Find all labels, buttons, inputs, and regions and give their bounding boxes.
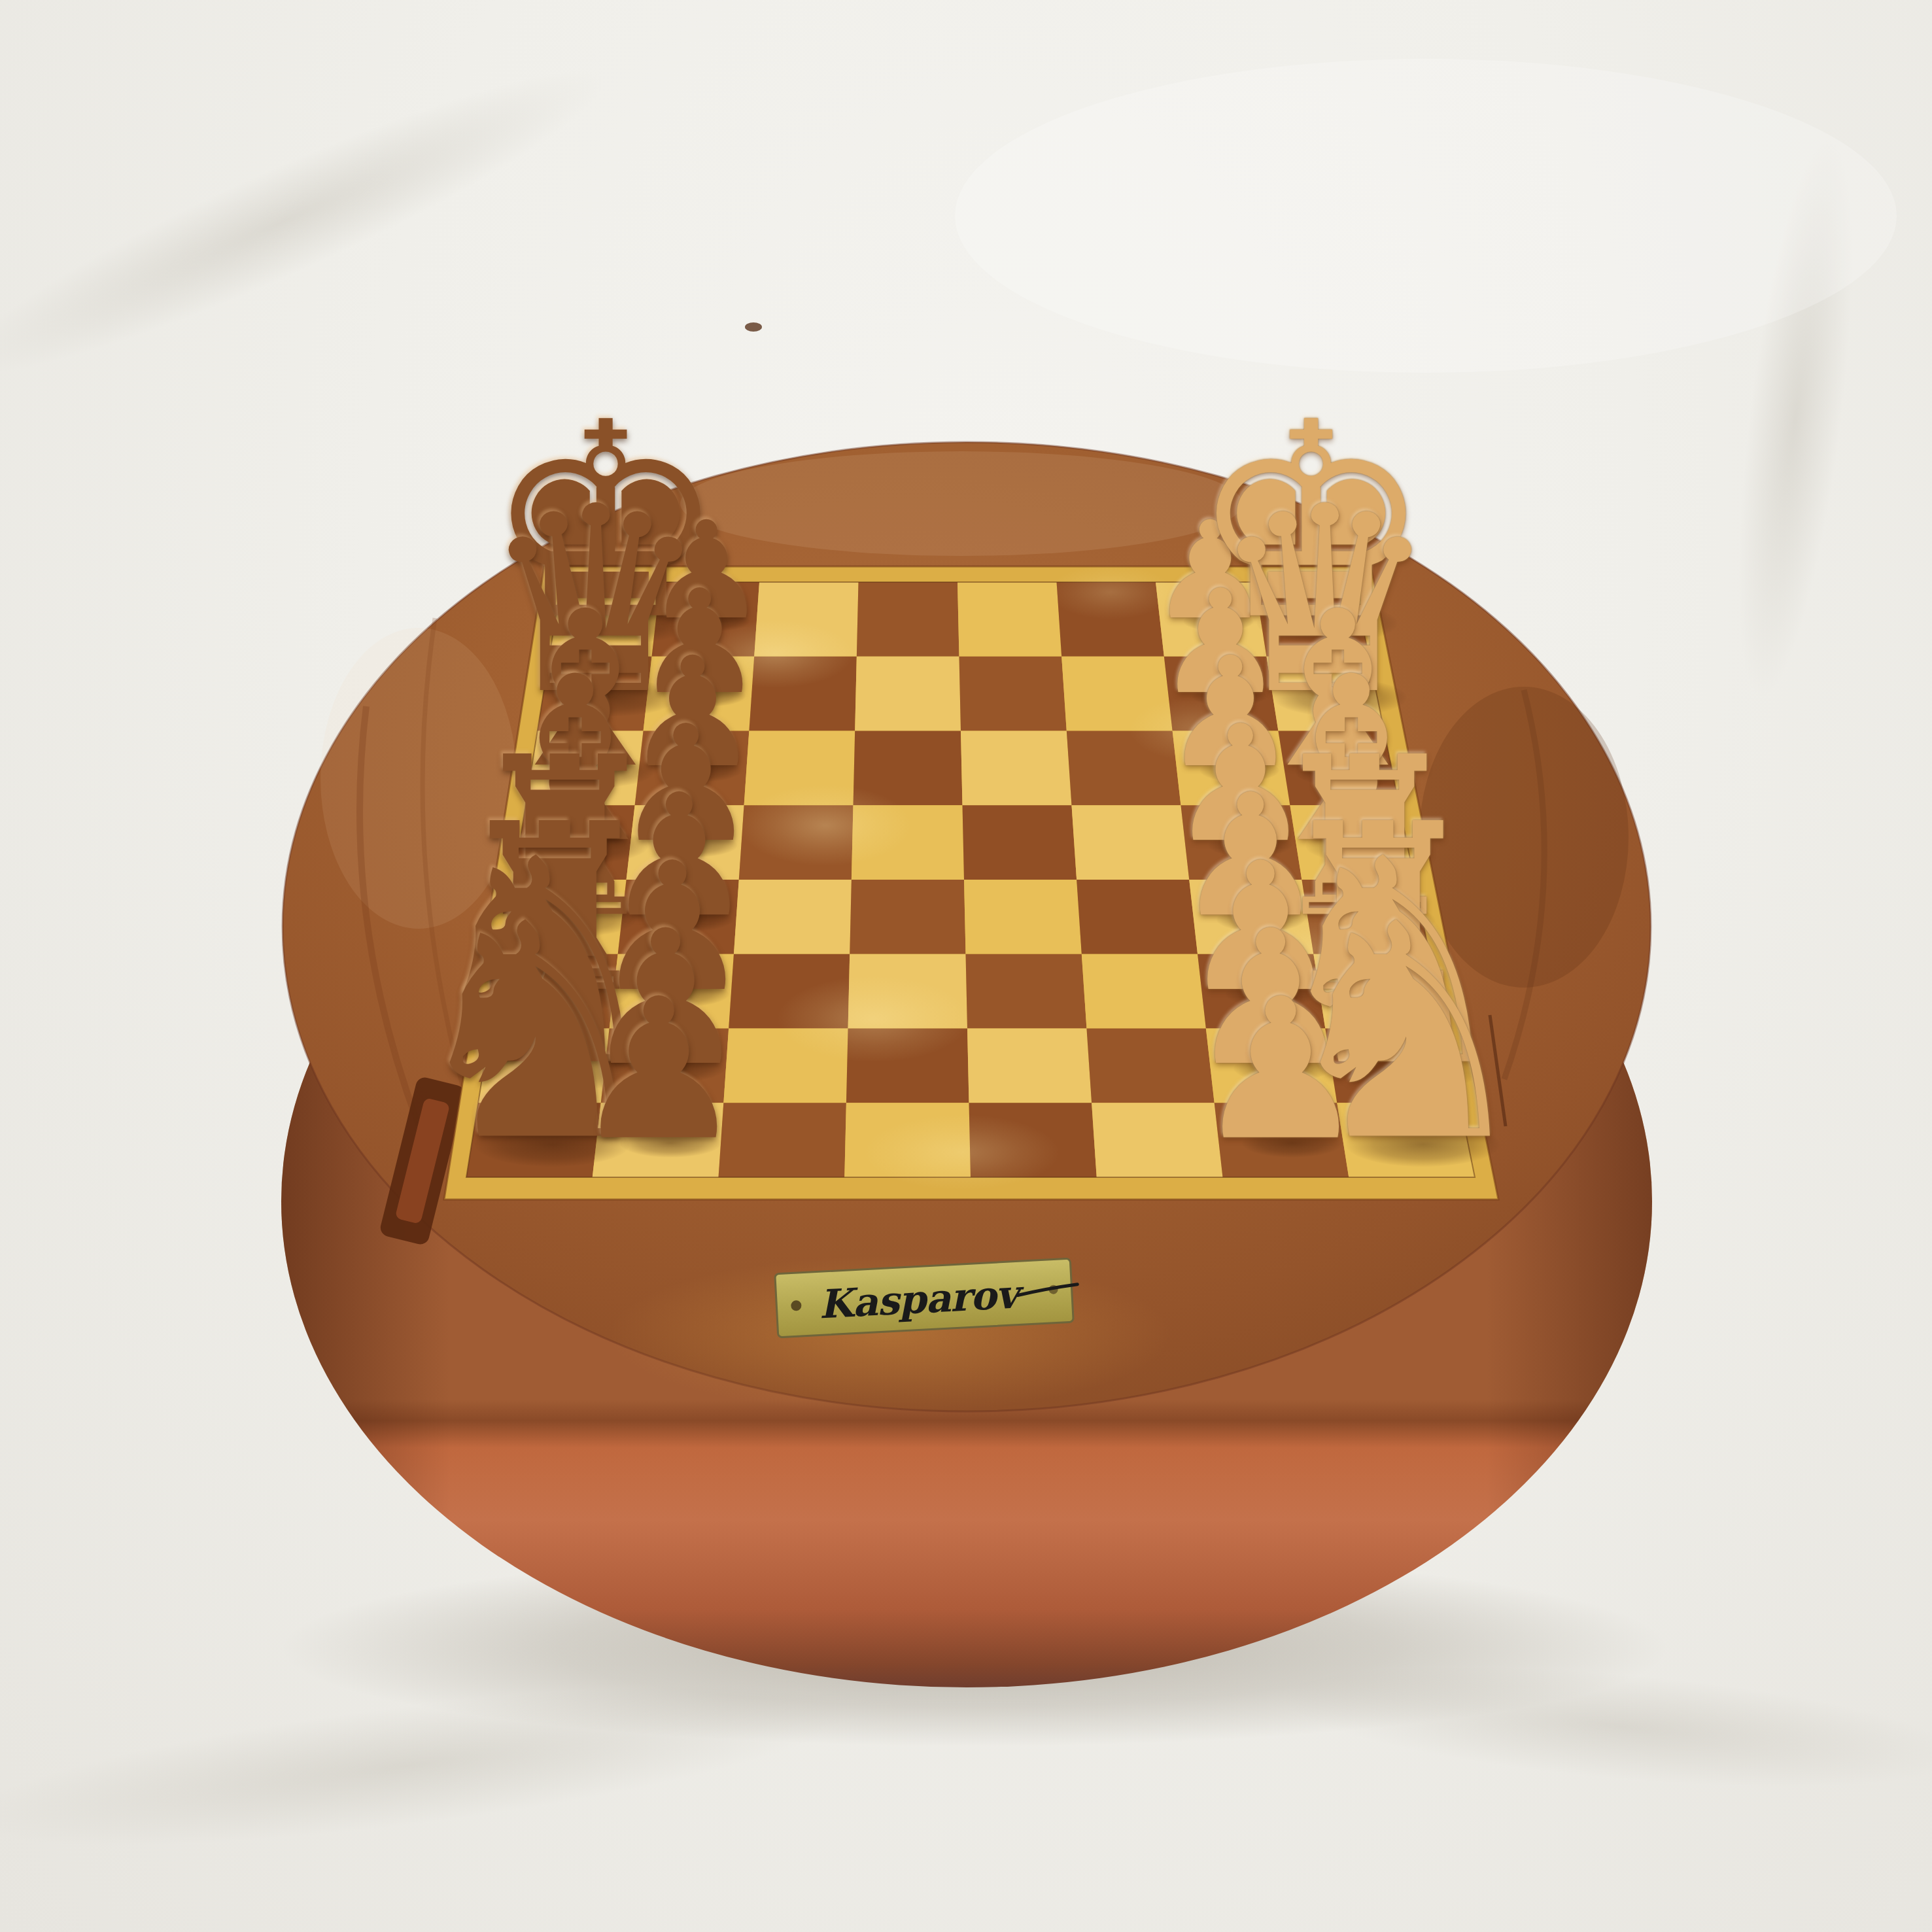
square-r0c7-dark (1255, 582, 1370, 657)
square-r1c3-light (855, 657, 961, 731)
square-r3c0-dark (514, 805, 635, 880)
sheen-spot (1048, 564, 1173, 619)
sheen-spot (1130, 697, 1267, 762)
photo-scene: Kasparov ♚♟♟♚♛♟♟♛♝♟♟♝♝♟♟♝♜♟♟♜♜♟♟♜♞♟♟♞♞♟♟… (0, 0, 1932, 1932)
chess-box-graphic: Kasparov (0, 0, 1932, 1932)
square-r0c0-light (549, 582, 661, 657)
square-r4c0-light (502, 880, 626, 954)
wood-knot (745, 322, 762, 332)
square-r2c1-dark (635, 731, 750, 806)
square-r0c3-dark (857, 582, 959, 657)
square-r5c5-light (1082, 954, 1206, 1029)
square-r5c0-dark (490, 954, 617, 1029)
square-r3c1-light (627, 805, 744, 880)
square-r3c4-dark (963, 805, 1077, 880)
square-r7c6-dark (1215, 1103, 1349, 1177)
square-r7c1-light (593, 1103, 724, 1177)
chessboard[interactable] (444, 564, 1498, 1199)
square-r6c0-light (478, 1029, 610, 1103)
square-r0c4-light (957, 582, 1061, 657)
square-r4c4-light (964, 880, 1082, 954)
square-r1c0-dark (538, 657, 652, 731)
square-r3c7-light (1290, 805, 1414, 880)
square-r7c5-light (1092, 1103, 1222, 1177)
square-r4c1-dark (618, 880, 739, 954)
square-r7c2-dark (719, 1103, 846, 1177)
square-r4c2-light (734, 880, 852, 954)
square-r7c7-light (1337, 1103, 1475, 1177)
square-r4c3-dark (850, 880, 965, 954)
square-r3c6-dark (1181, 805, 1302, 880)
square-r5c4-dark (966, 954, 1087, 1029)
square-r6c7-dark (1325, 1029, 1460, 1103)
square-r6c1-dark (601, 1029, 729, 1103)
square-r2c4-light (961, 731, 1071, 806)
sheen-spot (863, 1114, 1060, 1190)
square-r4c5-dark (1077, 880, 1198, 954)
sheen-spot (1236, 913, 1390, 986)
sheen-spot (697, 620, 854, 688)
square-r3c5-light (1071, 805, 1189, 880)
square-r2c0-light (526, 731, 644, 806)
sheen-spot (777, 976, 971, 1062)
square-r7c0-dark (466, 1103, 601, 1177)
square-r6c4-light (967, 1029, 1092, 1103)
square-r1c4-dark (959, 657, 1067, 731)
square-r6c5-dark (1086, 1029, 1214, 1103)
square-r5c1-light (610, 954, 734, 1029)
square-r6c6-light (1206, 1029, 1337, 1103)
square-r2c7-dark (1278, 731, 1399, 806)
square-r1c7-light (1266, 657, 1384, 731)
sheen-spot (739, 785, 912, 866)
